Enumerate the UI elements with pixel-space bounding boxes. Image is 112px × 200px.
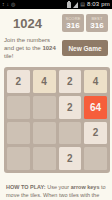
game-page: 1024 SCORE 316 BEST 316 Join the numbers… <box>0 14 112 200</box>
howto-segment: Use your <box>46 184 71 190</box>
status-bar: ↕ ↓ ◎ ▤ 8:03 pm <box>0 0 112 9</box>
score-value: 316 <box>66 21 79 30</box>
sync-icon: ↕ <box>2 0 5 9</box>
tile-4: 4 <box>33 70 56 93</box>
new-game-button[interactable]: New Game <box>62 40 108 56</box>
best-box: BEST 316 <box>86 14 108 32</box>
empty-cell <box>7 96 30 119</box>
board-grid[interactable]: 242426422 <box>4 67 110 173</box>
empty-cell <box>33 147 56 170</box>
best-value: 316 <box>90 21 103 30</box>
game-header: 1024 SCORE 316 BEST 316 <box>4 14 108 32</box>
network-icon: ▤ <box>80 0 85 9</box>
battery-icon <box>67 2 71 8</box>
tile-2: 2 <box>59 147 82 170</box>
status-bar-left: ↕ ↓ ◎ <box>2 0 15 9</box>
page-title: 1024 <box>13 16 42 31</box>
empty-cell <box>59 122 82 145</box>
tile-2: 2 <box>59 70 82 93</box>
status-bar-right: ▤ 8:03 pm <box>67 0 110 9</box>
alarm-icon: ◎ <box>11 0 15 9</box>
empty-cell <box>33 122 56 145</box>
tile-2: 2 <box>7 70 30 93</box>
howto-segment: arrow keys <box>71 184 100 190</box>
clock-text: 8:03 pm <box>87 0 110 9</box>
subtitle-row: Join the numbers and get to the 1024 til… <box>4 36 108 60</box>
empty-cell <box>33 96 56 119</box>
empty-cell <box>84 147 107 170</box>
empty-cell <box>7 122 30 145</box>
score-panel: SCORE 316 BEST 316 <box>62 14 108 32</box>
signal-icon <box>73 2 78 8</box>
subtitle-line2-suffix: tile! <box>4 53 13 59</box>
score-box: SCORE 316 <box>62 14 84 32</box>
subtitle-goal-tile: 1024 <box>42 45 55 51</box>
subtitle-line2-prefix: get to the <box>16 45 43 51</box>
empty-cell <box>7 147 30 170</box>
howto-segment: HOW TO PLAY: <box>6 184 46 190</box>
phone-screen: ↕ ↓ ◎ ▤ 8:03 pm 1024 SCORE 316 BEST 316 <box>0 0 112 200</box>
how-to-play-text: HOW TO PLAY: Use your arrow keys to move… <box>4 184 108 200</box>
tile-2: 2 <box>84 122 107 145</box>
tile-4: 4 <box>84 70 107 93</box>
download-icon: ↓ <box>7 0 10 9</box>
game-subtitle: Join the numbers and get to the 1024 til… <box>4 36 60 60</box>
tile-2: 2 <box>59 96 82 119</box>
tile-64: 64 <box>84 96 107 119</box>
